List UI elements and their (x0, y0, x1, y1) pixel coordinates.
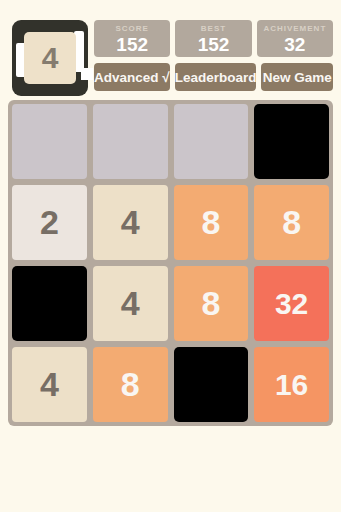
score-label: SCORE (115, 24, 148, 34)
tile-8-r2c3: 8 (174, 185, 249, 260)
advanced-toggle-button[interactable]: Advanced √ (94, 63, 170, 91)
buttons-row: Advanced √ Leaderboard New Game (94, 63, 333, 91)
board[interactable]: 248848324816 (8, 100, 333, 426)
tile-32-r3c4: 32 (254, 266, 329, 341)
obstacle-cell-r1c4 (254, 104, 329, 179)
obstacle-cell-r4c3 (174, 347, 249, 422)
tile-4-r4c1: 4 (12, 347, 87, 422)
new-game-button[interactable]: New Game (261, 63, 333, 91)
empty-cell-r1c3 (174, 104, 249, 179)
tile-8-r2c4: 8 (254, 185, 329, 260)
logo-tile: 4 (24, 32, 76, 84)
empty-cell-r1c1 (12, 104, 87, 179)
achievement-label: ACHIVEMENT (263, 24, 326, 34)
best-value: 152 (198, 34, 230, 55)
tile-4-r2c2: 4 (93, 185, 168, 260)
best-box: BEST 152 (175, 20, 251, 57)
tile-2-r2c1: 2 (12, 185, 87, 260)
tile-16-r4c4: 16 (254, 347, 329, 422)
score-value: 152 (116, 34, 148, 55)
tile-8-r3c3: 8 (174, 266, 249, 341)
header-columns: SCORE 152 BEST 152 ACHIVEMENT 32 Advance… (94, 20, 333, 96)
best-label: BEST (201, 24, 226, 34)
achievement-box: ACHIVEMENT 32 (257, 20, 333, 57)
logo-stub-icon (81, 68, 93, 80)
stats-row: SCORE 152 BEST 152 ACHIVEMENT 32 (94, 20, 333, 57)
empty-cell-r1c2 (93, 104, 168, 179)
app-logo: 4 (12, 20, 88, 96)
obstacle-cell-r3c1 (12, 266, 87, 341)
header: 4 SCORE 152 BEST 152 ACHIVEMENT 32 Advan… (0, 0, 341, 96)
tile-4-r3c2: 4 (93, 266, 168, 341)
achievement-value: 32 (284, 34, 305, 55)
score-box: SCORE 152 (94, 20, 170, 57)
tile-8-r4c2: 8 (93, 347, 168, 422)
leaderboard-button[interactable]: Leaderboard (175, 63, 257, 91)
